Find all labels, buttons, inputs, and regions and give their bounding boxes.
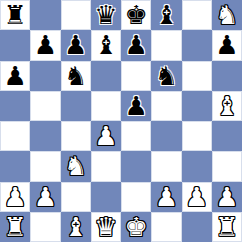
square-f3[interactable] <box>151 151 181 181</box>
square-c4[interactable] <box>61 121 91 151</box>
piece-black-pawn-b7[interactable]: ♟ <box>34 30 57 60</box>
square-d4[interactable]: ♟ <box>91 121 121 151</box>
chess-board-container: ♜♛♚♝♞♟♟♝♟♟♟♞♞♟♝♟♞♟♟♟♟♟♜♝♛♚♜ <box>0 0 242 242</box>
square-a8[interactable]: ♜ <box>0 0 30 30</box>
square-b3[interactable] <box>30 151 60 181</box>
square-c1[interactable]: ♝ <box>61 212 91 242</box>
square-a1[interactable]: ♜ <box>0 212 30 242</box>
square-d8[interactable]: ♛ <box>91 0 121 30</box>
piece-white-pawn-a2[interactable]: ♟ <box>3 182 26 212</box>
square-c2[interactable] <box>61 182 91 212</box>
square-e6[interactable] <box>121 61 151 91</box>
piece-black-queen-d8[interactable]: ♛ <box>94 0 117 30</box>
square-f6[interactable]: ♞ <box>151 61 181 91</box>
square-g4[interactable] <box>182 121 212 151</box>
square-h2[interactable]: ♟ <box>212 182 242 212</box>
square-c7[interactable]: ♟ <box>61 30 91 60</box>
piece-black-bishop-f8[interactable]: ♝ <box>155 0 178 30</box>
piece-black-knight-c6[interactable]: ♞ <box>64 61 87 91</box>
square-g2[interactable]: ♟ <box>182 182 212 212</box>
square-f7[interactable] <box>151 30 181 60</box>
square-h6[interactable] <box>212 61 242 91</box>
piece-white-knight-c3[interactable]: ♞ <box>64 151 87 181</box>
square-b5[interactable] <box>30 91 60 121</box>
square-g6[interactable] <box>182 61 212 91</box>
square-b4[interactable] <box>30 121 60 151</box>
piece-white-queen-d1[interactable]: ♛ <box>94 212 117 242</box>
square-b2[interactable]: ♟ <box>30 182 60 212</box>
piece-white-rook-a1[interactable]: ♜ <box>3 212 26 242</box>
square-e2[interactable] <box>121 182 151 212</box>
square-c6[interactable]: ♞ <box>61 61 91 91</box>
piece-black-pawn-c7[interactable]: ♟ <box>64 30 87 60</box>
square-e5[interactable]: ♟ <box>121 91 151 121</box>
square-d3[interactable] <box>91 151 121 181</box>
piece-white-pawn-h2[interactable]: ♟ <box>215 182 238 212</box>
square-g3[interactable] <box>182 151 212 181</box>
square-b7[interactable]: ♟ <box>30 30 60 60</box>
piece-white-pawn-d4[interactable]: ♟ <box>94 121 117 151</box>
piece-white-knight-h8[interactable]: ♞ <box>215 0 238 30</box>
piece-white-pawn-f2[interactable]: ♟ <box>155 182 178 212</box>
square-f8[interactable]: ♝ <box>151 0 181 30</box>
piece-black-rook-a8[interactable]: ♜ <box>3 0 26 30</box>
piece-white-pawn-g2[interactable]: ♟ <box>185 182 208 212</box>
square-g1[interactable] <box>182 212 212 242</box>
square-g5[interactable] <box>182 91 212 121</box>
piece-white-pawn-b2[interactable]: ♟ <box>34 182 57 212</box>
piece-black-pawn-e5[interactable]: ♟ <box>124 91 147 121</box>
square-a6[interactable]: ♟ <box>0 61 30 91</box>
piece-black-pawn-h7[interactable]: ♟ <box>215 30 238 60</box>
square-c8[interactable] <box>61 0 91 30</box>
square-h1[interactable]: ♜ <box>212 212 242 242</box>
square-c3[interactable]: ♞ <box>61 151 91 181</box>
square-d2[interactable] <box>91 182 121 212</box>
chess-board: ♜♛♚♝♞♟♟♝♟♟♟♞♞♟♝♟♞♟♟♟♟♟♜♝♛♚♜ <box>0 0 242 242</box>
square-e1[interactable]: ♚ <box>121 212 151 242</box>
piece-white-king-e1[interactable]: ♚ <box>124 212 147 242</box>
square-h5[interactable]: ♝ <box>212 91 242 121</box>
piece-white-bishop-h5[interactable]: ♝ <box>215 91 238 121</box>
piece-black-bishop-d7[interactable]: ♝ <box>94 30 117 60</box>
square-a4[interactable] <box>0 121 30 151</box>
square-d5[interactable] <box>91 91 121 121</box>
square-g7[interactable] <box>182 30 212 60</box>
square-d6[interactable] <box>91 61 121 91</box>
piece-black-king-e8[interactable]: ♚ <box>124 0 147 30</box>
square-h8[interactable]: ♞ <box>212 0 242 30</box>
square-c5[interactable] <box>61 91 91 121</box>
square-b8[interactable] <box>30 0 60 30</box>
square-g8[interactable] <box>182 0 212 30</box>
square-f1[interactable] <box>151 212 181 242</box>
piece-white-bishop-c1[interactable]: ♝ <box>64 212 87 242</box>
square-f4[interactable] <box>151 121 181 151</box>
square-h4[interactable] <box>212 121 242 151</box>
square-a5[interactable] <box>0 91 30 121</box>
square-e7[interactable]: ♟ <box>121 30 151 60</box>
square-d1[interactable]: ♛ <box>91 212 121 242</box>
square-e8[interactable]: ♚ <box>121 0 151 30</box>
square-b6[interactable] <box>30 61 60 91</box>
square-b1[interactable] <box>30 212 60 242</box>
square-a7[interactable] <box>0 30 30 60</box>
piece-white-rook-h1[interactable]: ♜ <box>215 212 238 242</box>
square-d7[interactable]: ♝ <box>91 30 121 60</box>
square-f5[interactable] <box>151 91 181 121</box>
piece-black-pawn-e7[interactable]: ♟ <box>124 30 147 60</box>
square-h7[interactable]: ♟ <box>212 30 242 60</box>
square-a2[interactable]: ♟ <box>0 182 30 212</box>
piece-black-knight-f6[interactable]: ♞ <box>155 61 178 91</box>
square-h3[interactable] <box>212 151 242 181</box>
square-f2[interactable]: ♟ <box>151 182 181 212</box>
square-a3[interactable] <box>0 151 30 181</box>
piece-black-pawn-a6[interactable]: ♟ <box>3 61 26 91</box>
square-e4[interactable] <box>121 121 151 151</box>
square-e3[interactable] <box>121 151 151 181</box>
